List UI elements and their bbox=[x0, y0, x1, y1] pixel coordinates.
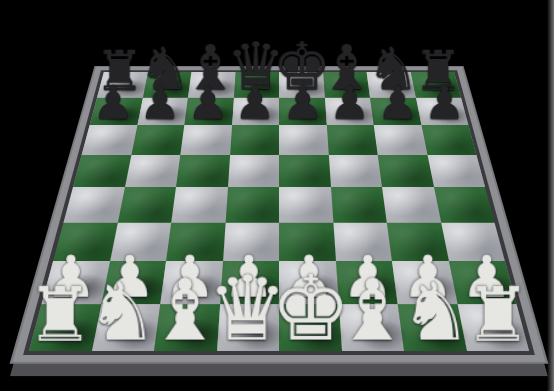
black-rook-h8[interactable]: ♜ bbox=[414, 44, 463, 99]
square-c4[interactable] bbox=[171, 187, 227, 222]
piece-shadow bbox=[287, 104, 333, 123]
square-d4[interactable] bbox=[225, 187, 279, 222]
square-h6[interactable] bbox=[421, 125, 476, 155]
white-knight-g1[interactable]: ♞ bbox=[400, 273, 472, 353]
piece-shadow bbox=[196, 79, 241, 97]
square-h4[interactable] bbox=[434, 187, 495, 222]
black-pawn-b7[interactable]: ♟ bbox=[140, 80, 181, 126]
black-king-e8[interactable]: ♚ bbox=[272, 33, 331, 98]
black-queen-d8[interactable]: ♛ bbox=[227, 33, 286, 98]
square-g5[interactable] bbox=[378, 155, 434, 187]
board-frame: ♜♞♝♛♚♝♞♜♟♟♟♟♟♟♟♟♟♟♟♟♟♟♟♟♜♞♝♛♚♝♞♜ bbox=[10, 66, 549, 364]
square-b4[interactable] bbox=[117, 187, 176, 222]
square-c5[interactable] bbox=[176, 155, 230, 187]
square-g8[interactable]: ♞ bbox=[367, 72, 416, 97]
square-b8[interactable]: ♞ bbox=[143, 72, 192, 97]
square-e4[interactable] bbox=[279, 187, 333, 222]
square-h7[interactable]: ♟ bbox=[415, 97, 468, 124]
square-h8[interactable]: ♜ bbox=[410, 72, 461, 97]
square-d7[interactable]: ♟ bbox=[232, 97, 279, 124]
square-f7[interactable]: ♟ bbox=[324, 97, 373, 124]
black-pawn-g7[interactable]: ♟ bbox=[377, 80, 418, 126]
white-rook-h1[interactable]: ♜ bbox=[464, 278, 532, 353]
piece-shadow bbox=[193, 104, 240, 123]
piece-shadow bbox=[287, 79, 331, 97]
piece-shadow bbox=[151, 79, 197, 97]
square-e8[interactable]: ♚ bbox=[279, 72, 324, 97]
black-pawn-f7[interactable]: ♟ bbox=[329, 80, 370, 126]
square-h5[interactable] bbox=[427, 155, 485, 187]
square-c7[interactable]: ♟ bbox=[184, 97, 233, 124]
square-d5[interactable] bbox=[228, 155, 280, 187]
piece-shadow bbox=[376, 79, 422, 97]
square-f5[interactable] bbox=[328, 155, 382, 187]
square-e7[interactable]: ♟ bbox=[279, 97, 326, 124]
piece-shadow bbox=[98, 104, 147, 123]
piece-shadow bbox=[105, 79, 152, 97]
piece-shadow bbox=[425, 104, 475, 123]
square-f6[interactable] bbox=[326, 125, 377, 155]
piece-shadow bbox=[333, 104, 380, 123]
black-knight-b8[interactable]: ♞ bbox=[139, 40, 191, 98]
square-d6[interactable] bbox=[230, 125, 279, 155]
square-f1[interactable]: ♝ bbox=[338, 304, 404, 351]
piece-shadow bbox=[242, 79, 286, 97]
black-knight-g8[interactable]: ♞ bbox=[367, 40, 419, 98]
white-rook-a1[interactable]: ♜ bbox=[26, 278, 94, 353]
black-pawn-c7[interactable]: ♟ bbox=[187, 80, 228, 126]
chess-app-scene: ♜♞♝♛♚♝♞♜♟♟♟♟♟♟♟♟♟♟♟♟♟♟♟♟♜♞♝♛♚♝♞♜ bbox=[0, 0, 554, 391]
chess-board: ♜♞♝♛♚♝♞♜♟♟♟♟♟♟♟♟♟♟♟♟♟♟♟♟♜♞♝♛♚♝♞♜ bbox=[29, 72, 529, 351]
piece-shadow bbox=[420, 79, 467, 97]
square-g4[interactable] bbox=[382, 187, 441, 222]
square-f8[interactable]: ♝ bbox=[323, 72, 370, 97]
square-g7[interactable]: ♟ bbox=[370, 97, 421, 124]
square-a6[interactable] bbox=[82, 125, 137, 155]
square-e5[interactable] bbox=[279, 155, 331, 187]
square-g1[interactable]: ♞ bbox=[398, 304, 467, 351]
square-f4[interactable] bbox=[331, 187, 387, 222]
black-pawn-a7[interactable]: ♟ bbox=[92, 80, 133, 126]
perspective-viewport: ♜♞♝♛♚♝♞♜♟♟♟♟♟♟♟♟♟♟♟♟♟♟♟♟♜♞♝♛♚♝♞♜ bbox=[0, 0, 554, 391]
black-bishop-f8[interactable]: ♝ bbox=[320, 37, 376, 99]
black-rook-a8[interactable]: ♜ bbox=[95, 44, 144, 99]
square-b7[interactable]: ♟ bbox=[137, 97, 188, 124]
piece-shadow bbox=[240, 104, 285, 123]
black-bishop-c8[interactable]: ♝ bbox=[183, 37, 239, 99]
square-c8[interactable]: ♝ bbox=[188, 72, 235, 97]
square-a4[interactable] bbox=[64, 187, 125, 222]
square-g6[interactable] bbox=[374, 125, 427, 155]
square-b5[interactable] bbox=[125, 155, 181, 187]
square-c6[interactable] bbox=[180, 125, 231, 155]
black-pawn-e7[interactable]: ♟ bbox=[282, 80, 323, 126]
piece-shadow bbox=[379, 104, 427, 123]
square-a8[interactable]: ♜ bbox=[97, 72, 148, 97]
square-a7[interactable]: ♟ bbox=[90, 97, 143, 124]
piece-shadow bbox=[331, 79, 376, 97]
piece-shadow bbox=[146, 104, 194, 123]
square-b6[interactable] bbox=[131, 125, 184, 155]
square-a5[interactable] bbox=[73, 155, 131, 187]
black-pawn-h7[interactable]: ♟ bbox=[424, 80, 465, 126]
square-e1[interactable]: ♚ bbox=[279, 304, 342, 351]
black-pawn-d7[interactable]: ♟ bbox=[235, 80, 276, 126]
square-h1[interactable]: ♜ bbox=[457, 304, 529, 351]
square-d8[interactable]: ♛ bbox=[234, 72, 279, 97]
square-e6[interactable] bbox=[279, 125, 328, 155]
